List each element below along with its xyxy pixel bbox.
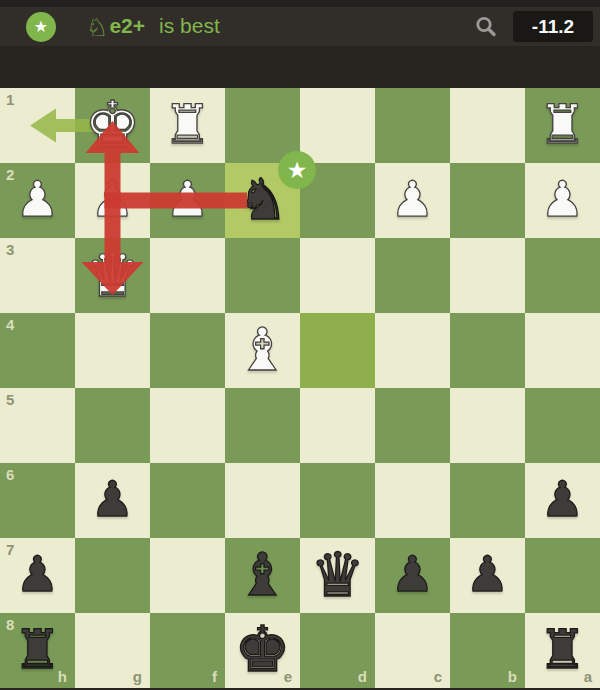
search-icon[interactable] (473, 14, 499, 40)
piece-black-r-h8[interactable]: ♜ (0, 613, 75, 688)
piece-black-b-e7[interactable]: ♝ (225, 538, 300, 613)
piece-white-p-h2[interactable]: ♟ (0, 163, 75, 238)
piece-white-r-f1[interactable]: ♜ (150, 88, 225, 163)
analysis-topbar: ★ ♘ e2+ is best -11.2 (0, 7, 600, 46)
piece-black-k-e8[interactable]: ♚ (225, 613, 300, 688)
piece-white-q-g3[interactable]: ♛ (75, 238, 150, 313)
piece-white-b-e4[interactable]: ♝ (225, 313, 300, 388)
piece-black-p-h7[interactable]: ♟ (0, 538, 75, 613)
piece-black-p-c7[interactable]: ♟ (375, 538, 450, 613)
evaluation-badge[interactable]: -11.2 (513, 11, 593, 42)
toolbar-strip (0, 46, 600, 88)
piece-black-r-a8[interactable]: ♜ (525, 613, 600, 688)
piece-black-q-d7[interactable]: ♛ (300, 538, 375, 613)
piece-black-p-g6[interactable]: ♟ (75, 463, 150, 538)
piece-white-p-a2[interactable]: ♟ (525, 163, 600, 238)
best-move-star-icon: ★ (26, 12, 56, 42)
move-announcement: ♘ e2+ is best (86, 14, 220, 39)
best-move-star-badge: ★ (278, 151, 316, 189)
piece-white-k-g1[interactable]: ♚ (75, 88, 150, 163)
status-bar-edge (0, 0, 600, 7)
piece-white-p-c2[interactable]: ♟ (375, 163, 450, 238)
best-move-text: e2+ (109, 14, 145, 38)
piece-black-p-a6[interactable]: ♟ (525, 463, 600, 538)
piece-black-p-b7[interactable]: ♟ (450, 538, 525, 613)
piece-white-p-g2[interactable]: ♟ (75, 163, 150, 238)
piece-white-p-f2[interactable]: ♟ (150, 163, 225, 238)
chess-board[interactable]: 12345678hgfedcba ♚♜♜♟♟♟♟♟♞♛♝♟♟♟♝♛♟♟♜♚♜ ★ (0, 88, 600, 688)
star-glyph: ★ (34, 19, 48, 35)
verdict-text: is best (159, 14, 220, 38)
knight-icon: ♘ (86, 15, 108, 40)
piece-white-r-a1[interactable]: ♜ (525, 88, 600, 163)
star-glyph: ★ (287, 159, 308, 182)
evaluation-value: -11.2 (532, 16, 574, 38)
